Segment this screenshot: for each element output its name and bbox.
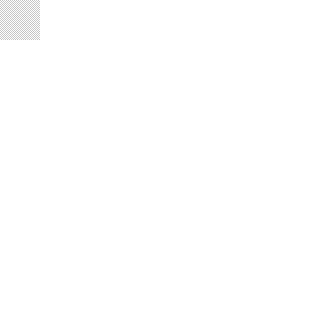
chess-board (0, 0, 320, 320)
square-a8[interactable] (0, 0, 40, 40)
